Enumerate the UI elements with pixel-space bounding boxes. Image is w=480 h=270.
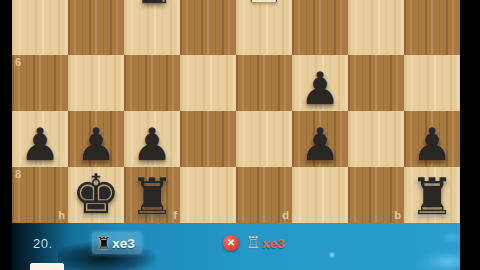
square-h7[interactable]: ♟	[12, 111, 68, 167]
square-a6[interactable]	[404, 55, 460, 111]
move-number: 20.	[33, 236, 53, 251]
square-g7[interactable]: ♟	[68, 111, 124, 167]
file-label-h: h	[58, 210, 65, 221]
square-b6[interactable]	[348, 55, 404, 111]
square-h5[interactable]	[12, 0, 68, 55]
app-frame: ♞♔6♟♟♟♟♟♟8h♚f♜db♜ 20. ♜ xe3 ✕ ♖ xe3	[0, 0, 480, 270]
square-b5[interactable]	[348, 0, 404, 55]
square-a8[interactable]: ♜	[404, 167, 460, 223]
bar-sparkle	[442, 231, 460, 243]
black-pawn-piece[interactable]: ♟	[412, 122, 452, 167]
bottom-partial-button[interactable]	[30, 263, 64, 270]
square-d7[interactable]	[236, 111, 292, 167]
black-knight-piece[interactable]: ♞	[130, 0, 175, 11]
chess-board: ♞♔6♟♟♟♟♟♟8h♚f♜db♜	[12, 0, 460, 223]
black-move-notation: xe3	[112, 236, 135, 251]
square-e6[interactable]	[180, 55, 236, 111]
black-pawn-piece[interactable]: ♟	[300, 66, 340, 111]
square-c7[interactable]: ♟	[292, 111, 348, 167]
white-rook-icon: ♖	[246, 235, 260, 251]
square-c8[interactable]	[292, 167, 348, 223]
move-bar: 20. ♜ xe3 ✕ ♖ xe3	[12, 223, 460, 270]
black-pawn-piece[interactable]: ♟	[76, 122, 116, 167]
square-e8[interactable]	[180, 167, 236, 223]
file-label-b: b	[394, 210, 401, 221]
move-entry-white[interactable]: ♖ xe3	[246, 235, 285, 251]
chess-app-screen: ♞♔6♟♟♟♟♟♟8h♚f♜db♜ 20. ♜ xe3 ✕ ♖ xe3	[12, 0, 460, 270]
square-g6[interactable]	[68, 55, 124, 111]
black-rook-piece[interactable]: ♜	[410, 172, 455, 222]
square-d6[interactable]	[236, 55, 292, 111]
white-move-notation: xe3	[262, 236, 285, 251]
square-b7[interactable]	[348, 111, 404, 167]
square-b8[interactable]: b	[348, 167, 404, 223]
rank-label-6: 6	[15, 57, 21, 68]
black-king-piece[interactable]: ♚	[72, 168, 120, 222]
square-h8[interactable]: 8h	[12, 167, 68, 223]
white-king-piece[interactable]: ♔	[240, 0, 288, 11]
square-e5[interactable]	[180, 0, 236, 55]
black-rook-icon: ♜	[96, 235, 111, 252]
letterbox-left	[0, 0, 12, 270]
square-h6[interactable]: 6	[12, 55, 68, 111]
letterbox-right	[460, 0, 480, 270]
bar-sparkle	[328, 252, 336, 258]
move-entry-black[interactable]: ♜ xe3	[92, 232, 142, 254]
square-g5[interactable]	[68, 0, 124, 55]
square-a7[interactable]: ♟	[404, 111, 460, 167]
wrong-move-icon: ✕	[223, 235, 239, 251]
square-e7[interactable]	[180, 111, 236, 167]
square-f8[interactable]: f♜	[124, 167, 180, 223]
square-f7[interactable]: ♟	[124, 111, 180, 167]
black-pawn-piece[interactable]: ♟	[20, 122, 60, 167]
square-c6[interactable]: ♟	[292, 55, 348, 111]
square-a5[interactable]	[404, 0, 460, 55]
black-pawn-piece[interactable]: ♟	[300, 122, 340, 167]
bar-sparkle	[417, 249, 460, 270]
black-rook-piece[interactable]: ♜	[130, 172, 175, 222]
black-pawn-piece[interactable]: ♟	[132, 122, 172, 167]
square-c5[interactable]	[292, 0, 348, 55]
square-d8[interactable]: d	[236, 167, 292, 223]
square-g8[interactable]: ♚	[68, 167, 124, 223]
square-f6[interactable]	[124, 55, 180, 111]
file-label-d: d	[282, 210, 289, 221]
